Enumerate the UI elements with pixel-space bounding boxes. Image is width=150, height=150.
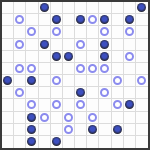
cell-r10c7[interactable] (87, 124, 99, 136)
white-circle (88, 113, 97, 122)
cell-r5c11[interactable] (136, 63, 148, 75)
cell-r11c10[interactable] (124, 136, 136, 148)
cell-r9c1[interactable] (14, 112, 26, 124)
white-circle (88, 15, 97, 24)
black-circle (100, 52, 109, 61)
black-circle (3, 76, 12, 85)
cell-r9c9[interactable] (112, 112, 124, 124)
cell-r5c6[interactable] (75, 63, 87, 75)
cell-r3c7[interactable] (87, 39, 99, 51)
cell-r0c4[interactable] (51, 2, 63, 14)
white-circle (52, 27, 61, 36)
cell-r5c9[interactable] (112, 63, 124, 75)
cell-r1c0[interactable] (2, 14, 14, 26)
black-circle (137, 3, 146, 12)
white-circle (15, 40, 24, 49)
white-circle (76, 40, 85, 49)
cell-r10c4[interactable] (51, 124, 63, 136)
cell-r11c8[interactable] (99, 136, 111, 148)
white-circle (100, 64, 109, 73)
cell-r10c3[interactable] (39, 124, 51, 136)
cell-r11c2[interactable] (26, 136, 38, 148)
black-circle (125, 15, 134, 24)
cell-r8c1[interactable] (14, 99, 26, 111)
white-circle (15, 15, 24, 24)
cell-r10c1[interactable] (14, 124, 26, 136)
cell-r2c11[interactable] (136, 26, 148, 38)
black-circle (76, 15, 85, 24)
cell-r0c2[interactable] (26, 2, 38, 14)
cell-r3c5[interactable] (63, 39, 75, 51)
cell-r4c5[interactable] (63, 51, 75, 63)
cell-r1c2[interactable] (26, 14, 38, 26)
cell-r5c0[interactable] (2, 63, 14, 75)
cell-r8c10[interactable] (124, 99, 136, 111)
cell-r4c0[interactable] (2, 51, 14, 63)
white-circle (113, 100, 122, 109)
cell-r2c6[interactable] (75, 26, 87, 38)
black-circle (40, 3, 49, 12)
cell-r4c9[interactable] (112, 51, 124, 63)
black-circle (40, 40, 49, 49)
cell-r2c1[interactable] (14, 26, 26, 38)
cell-r5c7[interactable] (87, 63, 99, 75)
cell-r6c1[interactable] (14, 75, 26, 87)
black-circle (27, 113, 36, 122)
cell-r0c10[interactable] (124, 2, 136, 14)
white-circle (40, 113, 49, 122)
black-circle (88, 125, 97, 134)
cell-r11c9[interactable] (112, 136, 124, 148)
white-circle (15, 64, 24, 73)
cell-r1c8[interactable] (99, 14, 111, 26)
cell-r10c6[interactable] (75, 124, 87, 136)
black-circle (100, 15, 109, 24)
black-circle (113, 125, 122, 134)
cell-r4c4[interactable] (51, 51, 63, 63)
cell-r8c2[interactable] (26, 99, 38, 111)
cell-r1c10[interactable] (124, 14, 136, 26)
white-circle (100, 27, 109, 36)
cell-r3c10[interactable] (124, 39, 136, 51)
cell-r1c4[interactable] (51, 14, 63, 26)
black-circle (27, 76, 36, 85)
cell-r2c7[interactable] (87, 26, 99, 38)
cell-r7c7[interactable] (87, 87, 99, 99)
cell-r6c4[interactable] (51, 75, 63, 87)
cell-r2c10[interactable] (124, 26, 136, 38)
black-circle (100, 40, 109, 49)
cell-r9c10[interactable] (124, 112, 136, 124)
cell-r0c9[interactable] (112, 2, 124, 14)
cell-r4c3[interactable] (39, 51, 51, 63)
cell-r10c5[interactable] (63, 124, 75, 136)
cell-r6c11[interactable] (136, 75, 148, 87)
white-circle (137, 76, 146, 85)
cell-r9c4[interactable] (51, 112, 63, 124)
cell-r11c6[interactable] (75, 136, 87, 148)
cell-r6c7[interactable] (87, 75, 99, 87)
black-circle (125, 100, 134, 109)
cell-r11c1[interactable] (14, 136, 26, 148)
white-circle (27, 27, 36, 36)
cell-r6c2[interactable] (26, 75, 38, 87)
cell-r9c2[interactable] (26, 112, 38, 124)
cell-r3c4[interactable] (51, 39, 63, 51)
white-circle (76, 100, 85, 109)
white-circle (27, 64, 36, 73)
cell-r2c8[interactable] (99, 26, 111, 38)
cell-r10c0[interactable] (2, 124, 14, 136)
cell-r7c10[interactable] (124, 87, 136, 99)
cell-r3c3[interactable] (39, 39, 51, 51)
white-circle (76, 64, 85, 73)
cell-r9c6[interactable] (75, 112, 87, 124)
cell-r9c7[interactable] (87, 112, 99, 124)
cell-r8c9[interactable] (112, 99, 124, 111)
cell-r5c2[interactable] (26, 63, 38, 75)
cell-r11c7[interactable] (87, 136, 99, 148)
cell-r0c3[interactable] (39, 2, 51, 14)
black-circle (64, 52, 73, 61)
cell-r7c4[interactable] (51, 87, 63, 99)
white-circle (113, 76, 122, 85)
cell-r7c3[interactable] (39, 87, 51, 99)
cell-r7c5[interactable] (63, 87, 75, 99)
cell-r4c8[interactable] (99, 51, 111, 63)
white-circle (125, 27, 134, 36)
cell-r3c0[interactable] (2, 39, 14, 51)
cell-r7c0[interactable] (2, 87, 14, 99)
black-circle (52, 15, 61, 24)
cell-r9c5[interactable] (63, 112, 75, 124)
cell-r11c4[interactable] (51, 136, 63, 148)
cell-r9c3[interactable] (39, 112, 51, 124)
cell-r0c11[interactable] (136, 2, 148, 14)
cell-r4c1[interactable] (14, 51, 26, 63)
cell-r10c8[interactable] (99, 124, 111, 136)
cell-r4c2[interactable] (26, 51, 38, 63)
cell-r10c9[interactable] (112, 124, 124, 136)
cell-r6c3[interactable] (39, 75, 51, 87)
white-circle (64, 125, 73, 134)
cell-r3c6[interactable] (75, 39, 87, 51)
cell-r1c1[interactable] (14, 14, 26, 26)
cell-r6c8[interactable] (99, 75, 111, 87)
cell-r2c4[interactable] (51, 26, 63, 38)
white-circle (88, 64, 97, 73)
white-circle (15, 88, 24, 97)
cell-r7c6[interactable] (75, 87, 87, 99)
cell-r0c6[interactable] (75, 2, 87, 14)
cell-r1c11[interactable] (136, 14, 148, 26)
cell-r7c9[interactable] (112, 87, 124, 99)
cell-r1c7[interactable] (87, 14, 99, 26)
cell-r8c7[interactable] (87, 99, 99, 111)
cell-r7c2[interactable] (26, 87, 38, 99)
cell-r8c11[interactable] (136, 99, 148, 111)
cell-r5c5[interactable] (63, 63, 75, 75)
cell-r3c2[interactable] (26, 39, 38, 51)
white-circle (125, 52, 134, 61)
cell-r3c1[interactable] (14, 39, 26, 51)
cell-r4c10[interactable] (124, 51, 136, 63)
cell-r3c11[interactable] (136, 39, 148, 51)
cell-r5c10[interactable] (124, 63, 136, 75)
cell-r9c8[interactable] (99, 112, 111, 124)
cell-r8c8[interactable] (99, 99, 111, 111)
cell-r8c5[interactable] (63, 99, 75, 111)
cell-r9c11[interactable] (136, 112, 148, 124)
cell-r8c0[interactable] (2, 99, 14, 111)
white-circle (100, 88, 109, 97)
cell-r6c0[interactable] (2, 75, 14, 87)
cell-r7c8[interactable] (99, 87, 111, 99)
cell-r2c0[interactable] (2, 26, 14, 38)
white-circle (52, 76, 61, 85)
cell-r1c3[interactable] (39, 14, 51, 26)
cell-r1c6[interactable] (75, 14, 87, 26)
cell-r11c11[interactable] (136, 136, 148, 148)
cell-r6c10[interactable] (124, 75, 136, 87)
white-circle (64, 113, 73, 122)
cell-r7c1[interactable] (14, 87, 26, 99)
white-circle (27, 100, 36, 109)
cell-r2c3[interactable] (39, 26, 51, 38)
cell-r2c9[interactable] (112, 26, 124, 38)
black-circle (52, 137, 61, 146)
white-circle (52, 100, 61, 109)
cell-r5c8[interactable] (99, 63, 111, 75)
cell-r4c11[interactable] (136, 51, 148, 63)
cell-r1c9[interactable] (112, 14, 124, 26)
cell-r10c11[interactable] (136, 124, 148, 136)
cell-r0c1[interactable] (14, 2, 26, 14)
cell-r4c6[interactable] (75, 51, 87, 63)
black-circle (27, 125, 36, 134)
cell-r0c8[interactable] (99, 2, 111, 14)
cell-r3c9[interactable] (112, 39, 124, 51)
black-circle (27, 137, 36, 146)
cell-r6c6[interactable] (75, 75, 87, 87)
cell-r11c5[interactable] (63, 136, 75, 148)
cell-r6c9[interactable] (112, 75, 124, 87)
cell-r2c2[interactable] (26, 26, 38, 38)
cell-r1c5[interactable] (63, 14, 75, 26)
cell-r11c3[interactable] (39, 136, 51, 148)
cell-r8c6[interactable] (75, 99, 87, 111)
cell-r8c4[interactable] (51, 99, 63, 111)
cell-r0c5[interactable] (63, 2, 75, 14)
cell-r6c5[interactable] (63, 75, 75, 87)
cell-r10c2[interactable] (26, 124, 38, 136)
cell-r11c0[interactable] (2, 136, 14, 148)
cell-r0c7[interactable] (87, 2, 99, 14)
cell-r2c5[interactable] (63, 26, 75, 38)
cell-r5c4[interactable] (51, 63, 63, 75)
cell-r7c11[interactable] (136, 87, 148, 99)
cell-r10c10[interactable] (124, 124, 136, 136)
cell-r9c0[interactable] (2, 112, 14, 124)
cell-r5c1[interactable] (14, 63, 26, 75)
cell-r3c8[interactable] (99, 39, 111, 51)
masyu-board (0, 0, 150, 150)
cell-r4c7[interactable] (87, 51, 99, 63)
cell-r8c3[interactable] (39, 99, 51, 111)
black-circle (52, 52, 61, 61)
cell-r5c3[interactable] (39, 63, 51, 75)
cell-r0c0[interactable] (2, 2, 14, 14)
black-circle (76, 88, 85, 97)
